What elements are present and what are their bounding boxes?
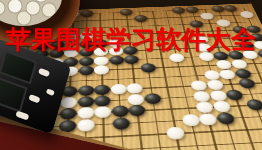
black-stone [80,10,93,17]
white-stones-in-bowl [0,0,62,26]
white-stone [77,119,94,132]
black-stone [78,57,93,66]
black-stone [112,117,130,130]
black-stone [171,7,185,14]
clock-button [38,68,50,78]
black-stone [109,55,124,64]
black-stone [144,93,162,104]
clock-button [28,94,40,104]
clock-button [46,88,55,96]
clock-button [15,110,29,120]
photo-banner: 苹果围棋学习软件大全 [0,0,262,150]
black-stone [77,96,93,108]
black-stone [119,8,132,15]
title-overlay: 苹果围棋学习软件大全 [0,25,262,54]
star-point [229,83,233,85]
